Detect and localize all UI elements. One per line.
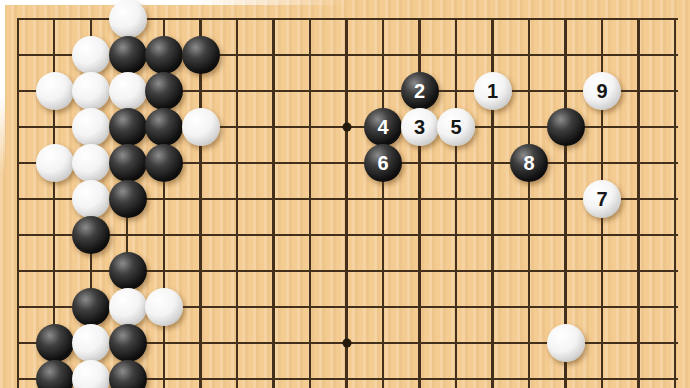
black-stone-move-2: 2 <box>401 72 439 110</box>
move-number: 8 <box>523 153 534 173</box>
page-edge-artifact-left <box>0 0 5 175</box>
black-stone <box>547 108 585 146</box>
black-stone <box>145 72 183 110</box>
move-number: 9 <box>596 81 607 101</box>
white-stone <box>547 324 585 362</box>
go-board-diagram: 219435687 <box>0 0 690 388</box>
black-stone <box>109 144 147 182</box>
move-number: 1 <box>487 81 498 101</box>
move-number: 5 <box>450 117 461 137</box>
black-stone <box>72 288 110 326</box>
white-stone <box>182 108 220 146</box>
move-number: 7 <box>596 189 607 209</box>
move-number: 2 <box>414 81 425 101</box>
black-stone <box>182 36 220 74</box>
white-stone-move-5: 5 <box>437 108 475 146</box>
move-number: 6 <box>377 153 388 173</box>
black-stone <box>109 324 147 362</box>
white-stone-move-3: 3 <box>401 108 439 146</box>
white-stone <box>72 36 110 74</box>
black-stone-move-6: 6 <box>364 144 402 182</box>
black-stone <box>145 144 183 182</box>
white-stone-move-1: 1 <box>474 72 512 110</box>
white-stone <box>72 324 110 362</box>
white-stone <box>72 72 110 110</box>
move-number: 4 <box>377 117 388 137</box>
black-stone <box>109 180 147 218</box>
white-stone <box>36 72 74 110</box>
black-stone <box>109 252 147 290</box>
move-number: 3 <box>414 117 425 137</box>
black-stone <box>109 108 147 146</box>
star-point <box>342 123 351 132</box>
black-stone-move-4: 4 <box>364 108 402 146</box>
white-stone <box>109 288 147 326</box>
black-stone <box>72 216 110 254</box>
white-stone <box>145 288 183 326</box>
white-stone-move-7: 7 <box>583 180 621 218</box>
white-stone <box>36 144 74 182</box>
black-stone <box>145 36 183 74</box>
white-stone <box>72 144 110 182</box>
page-edge-artifact-top <box>0 0 350 5</box>
black-stone <box>36 324 74 362</box>
white-stone-move-9: 9 <box>583 72 621 110</box>
star-point <box>342 339 351 348</box>
white-stone <box>72 108 110 146</box>
white-stone <box>109 0 147 38</box>
white-stone <box>72 180 110 218</box>
white-stone <box>109 72 147 110</box>
black-stone-move-8: 8 <box>510 144 548 182</box>
black-stone <box>109 36 147 74</box>
black-stone <box>145 108 183 146</box>
